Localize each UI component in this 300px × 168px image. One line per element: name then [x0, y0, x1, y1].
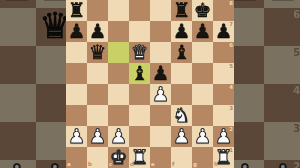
square-b3[interactable]: [87, 105, 108, 126]
square-h2[interactable]: ♟2: [213, 126, 234, 147]
square-f7[interactable]: ♟: [171, 21, 192, 42]
square-c2[interactable]: ♟: [108, 126, 129, 147]
bg-piece-black-pawn: ♟: [267, 0, 299, 6]
square-a6[interactable]: [66, 42, 87, 63]
square-a3[interactable]: [66, 105, 87, 126]
square-g5[interactable]: [192, 63, 213, 84]
bg-square-h3: 3: [264, 122, 300, 160]
piece-white-knight[interactable]: ♞: [173, 105, 191, 125]
file-label-f: f: [172, 162, 174, 167]
square-a7[interactable]: ♟: [66, 21, 87, 42]
bg-square-h7: ♟7: [264, 0, 300, 8]
square-h1[interactable]: ♜1h: [213, 147, 234, 168]
square-a1[interactable]: a: [66, 147, 87, 168]
square-g8[interactable]: ♚: [192, 0, 213, 21]
rank-label-4: 4: [229, 85, 233, 90]
bg-rank-label-3: 3: [293, 124, 300, 134]
square-h5[interactable]: 5: [213, 63, 234, 84]
bg-square-h5: 5: [264, 46, 300, 84]
piece-black-pawn[interactable]: ♟: [152, 63, 170, 83]
piece-black-king[interactable]: ♚: [194, 0, 212, 20]
square-b2[interactable]: ♟: [87, 126, 108, 147]
square-d2[interactable]: [129, 126, 150, 147]
piece-white-pawn[interactable]: ♟: [173, 126, 191, 146]
square-e3[interactable]: [150, 105, 171, 126]
square-c1[interactable]: ♚c: [108, 147, 129, 168]
square-d5[interactable]: ♝: [129, 63, 150, 84]
piece-black-pawn[interactable]: ♟: [194, 21, 212, 41]
square-f8[interactable]: ♜: [171, 0, 192, 21]
square-c7[interactable]: [108, 21, 129, 42]
square-g4[interactable]: [192, 84, 213, 105]
square-h6[interactable]: 6: [213, 42, 234, 63]
rank-label-2: 2: [229, 127, 233, 132]
square-d1[interactable]: ♜d: [129, 147, 150, 168]
file-label-d: d: [130, 162, 134, 167]
square-f5[interactable]: [171, 63, 192, 84]
rank-label-6: 6: [229, 43, 233, 48]
bg-square-a7: ♟: [0, 0, 36, 8]
square-f3[interactable]: ♞: [171, 105, 192, 126]
piece-black-rook[interactable]: ♜: [68, 0, 86, 20]
piece-white-pawn[interactable]: ♟: [110, 126, 128, 146]
bg-rank-label-2: 2: [293, 162, 300, 168]
square-h3[interactable]: 3: [213, 105, 234, 126]
piece-white-queen[interactable]: ♛: [131, 42, 149, 62]
square-a8[interactable]: ♜: [66, 0, 87, 21]
piece-black-pawn[interactable]: ♟: [89, 21, 107, 41]
square-a4[interactable]: [66, 84, 87, 105]
bg-square-a5: [0, 46, 36, 84]
rank-label-5: 5: [229, 64, 233, 69]
square-b8[interactable]: [87, 0, 108, 21]
bg-piece-white-pawn: ♟: [1, 160, 33, 168]
file-label-e: e: [151, 162, 155, 167]
square-d6[interactable]: ♛: [129, 42, 150, 63]
file-label-g: g: [193, 162, 197, 167]
bg-square-a2: ♟: [0, 160, 36, 168]
square-e5[interactable]: ♟: [150, 63, 171, 84]
file-label-h: h: [214, 162, 218, 167]
square-d3[interactable]: [129, 105, 150, 126]
square-h7[interactable]: ♟7: [213, 21, 234, 42]
piece-white-pawn[interactable]: ♟: [68, 126, 86, 146]
square-e1[interactable]: e: [150, 147, 171, 168]
square-g2[interactable]: ♟: [192, 126, 213, 147]
bg-square-h4: 4: [264, 84, 300, 122]
square-e2[interactable]: [150, 126, 171, 147]
square-e7[interactable]: [150, 21, 171, 42]
bg-square-a3: [0, 122, 36, 160]
piece-black-bishop[interactable]: ♝: [173, 42, 191, 62]
rank-label-1: 1: [229, 148, 233, 153]
square-d8[interactable]: [129, 0, 150, 21]
bg-square-h2: ♟2: [264, 160, 300, 168]
square-e4[interactable]: ♟: [150, 84, 171, 105]
chessboard: ♜♜♚8♟♟♟♟♟7♛♛♝6♝♟5♟4♞3♟♟♟♟♟♟2ab♚c♜defg♜1h: [66, 0, 234, 168]
file-label-a: a: [67, 162, 71, 167]
square-e8[interactable]: [150, 0, 171, 21]
square-a5[interactable]: [66, 63, 87, 84]
bg-square-a4: [0, 84, 36, 122]
square-g3[interactable]: [192, 105, 213, 126]
square-f2[interactable]: ♟: [171, 126, 192, 147]
file-label-b: b: [88, 162, 92, 167]
square-c5[interactable]: [108, 63, 129, 84]
square-f1[interactable]: f: [171, 147, 192, 168]
square-h4[interactable]: 4: [213, 84, 234, 105]
bg-rank-label-4: 4: [293, 86, 300, 96]
square-b7[interactable]: ♟: [87, 21, 108, 42]
square-b6[interactable]: ♛: [87, 42, 108, 63]
bg-square-a6: [0, 8, 36, 46]
piece-black-rook[interactable]: ♜: [173, 0, 191, 20]
rank-label-7: 7: [229, 22, 233, 27]
piece-white-pawn[interactable]: ♟: [194, 126, 212, 146]
file-label-c: c: [109, 162, 112, 167]
piece-white-pawn[interactable]: ♟: [152, 84, 170, 104]
square-b4[interactable]: [87, 84, 108, 105]
square-h8[interactable]: 8: [213, 0, 234, 21]
square-g1[interactable]: g: [192, 147, 213, 168]
square-g7[interactable]: ♟: [192, 21, 213, 42]
square-e6[interactable]: [150, 42, 171, 63]
square-b5[interactable]: [87, 63, 108, 84]
bg-piece-black-pawn: ♟: [1, 0, 33, 6]
piece-black-pawn[interactable]: ♟: [68, 21, 86, 41]
square-d4[interactable]: [129, 84, 150, 105]
rank-label-8: 8: [229, 1, 233, 6]
piece-black-queen[interactable]: ♛: [89, 42, 107, 62]
piece-white-king[interactable]: ♚: [110, 147, 128, 167]
square-c4[interactable]: [108, 84, 129, 105]
square-g6[interactable]: [192, 42, 213, 63]
bg-rank-label-6: 6: [293, 10, 300, 20]
square-d7[interactable]: [129, 21, 150, 42]
square-f6[interactable]: ♝: [171, 42, 192, 63]
square-c6[interactable]: [108, 42, 129, 63]
square-a2[interactable]: ♟: [66, 126, 87, 147]
square-c8[interactable]: [108, 0, 129, 21]
square-c3[interactable]: [108, 105, 129, 126]
square-b1[interactable]: b: [87, 147, 108, 168]
video-frame: ♜♜♚8♟♟♟♟♟7♛♛♝6♝♟5♟4♞3♟♟♟♟♟♟2ab♚c♜defg♜1h…: [0, 0, 300, 168]
piece-black-pawn[interactable]: ♟: [173, 21, 191, 41]
bg-rank-label-5: 5: [293, 48, 300, 58]
square-f4[interactable]: [171, 84, 192, 105]
rank-label-3: 3: [229, 106, 233, 111]
piece-white-pawn[interactable]: ♟: [89, 126, 107, 146]
piece-black-bishop[interactable]: ♝: [131, 63, 149, 83]
bg-square-h6: 6: [264, 8, 300, 46]
